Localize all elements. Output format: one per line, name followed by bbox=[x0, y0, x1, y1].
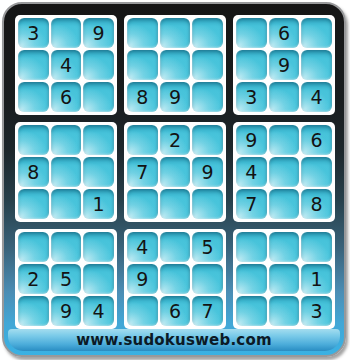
cell-r7c5[interactable] bbox=[160, 232, 191, 262]
cell-r2c1[interactable] bbox=[18, 50, 49, 80]
cell-r4c3[interactable] bbox=[83, 125, 114, 155]
cell-r3c3[interactable] bbox=[83, 82, 114, 112]
cell-r1c1[interactable]: 3 bbox=[18, 18, 49, 48]
cell-r9c5[interactable]: 6 bbox=[160, 296, 191, 326]
cell-r1c3[interactable]: 9 bbox=[83, 18, 114, 48]
cell-r1c7[interactable] bbox=[236, 18, 267, 48]
cell-r4c6[interactable] bbox=[192, 125, 223, 155]
cell-r3c6[interactable] bbox=[192, 82, 223, 112]
cell-r6c4[interactable] bbox=[127, 189, 158, 219]
cell-r6c1[interactable] bbox=[18, 189, 49, 219]
sudoku-board-frame: 3946896934812799647825944596713 www.sudo… bbox=[2, 2, 346, 357]
cell-r7c6[interactable]: 5 bbox=[192, 232, 223, 262]
cell-r1c8[interactable]: 6 bbox=[269, 18, 300, 48]
cell-r5c5[interactable] bbox=[160, 157, 191, 187]
box-2-2: 279 bbox=[124, 122, 226, 222]
cell-r2c9[interactable] bbox=[301, 50, 332, 80]
sudoku-grid: 3946896934812799647825944596713 bbox=[15, 15, 335, 329]
cell-r8c5[interactable] bbox=[160, 264, 191, 294]
cell-r5c2[interactable] bbox=[51, 157, 82, 187]
site-url: www.sudokusweb.com bbox=[76, 331, 271, 349]
cell-r5c7[interactable]: 4 bbox=[236, 157, 267, 187]
cell-r1c4[interactable] bbox=[127, 18, 158, 48]
cell-r3c2[interactable]: 6 bbox=[51, 82, 82, 112]
cell-r8c8[interactable] bbox=[269, 264, 300, 294]
box-1-3: 6934 bbox=[233, 15, 335, 115]
box-3-1: 2594 bbox=[15, 229, 117, 329]
cell-r5c9[interactable] bbox=[301, 157, 332, 187]
cell-r4c9[interactable]: 6 bbox=[301, 125, 332, 155]
cell-r9c7[interactable] bbox=[236, 296, 267, 326]
cell-r9c9[interactable]: 3 bbox=[301, 296, 332, 326]
cell-r2c4[interactable] bbox=[127, 50, 158, 80]
cell-r8c4[interactable]: 9 bbox=[127, 264, 158, 294]
cell-r7c7[interactable] bbox=[236, 232, 267, 262]
cell-r5c6[interactable]: 9 bbox=[192, 157, 223, 187]
cell-r3c8[interactable] bbox=[269, 82, 300, 112]
cell-r5c1[interactable]: 8 bbox=[18, 157, 49, 187]
box-3-2: 45967 bbox=[124, 229, 226, 329]
cell-r2c7[interactable] bbox=[236, 50, 267, 80]
cell-r1c9[interactable] bbox=[301, 18, 332, 48]
box-1-2: 89 bbox=[124, 15, 226, 115]
cell-r3c1[interactable] bbox=[18, 82, 49, 112]
cell-r8c7[interactable] bbox=[236, 264, 267, 294]
cell-r3c9[interactable]: 4 bbox=[301, 82, 332, 112]
cell-r9c8[interactable] bbox=[269, 296, 300, 326]
cell-r3c4[interactable]: 8 bbox=[127, 82, 158, 112]
cell-r7c3[interactable] bbox=[83, 232, 114, 262]
cell-r6c2[interactable] bbox=[51, 189, 82, 219]
cell-r6c5[interactable] bbox=[160, 189, 191, 219]
cell-r2c3[interactable] bbox=[83, 50, 114, 80]
cell-r2c5[interactable] bbox=[160, 50, 191, 80]
cell-r2c8[interactable]: 9 bbox=[269, 50, 300, 80]
cell-r4c4[interactable] bbox=[127, 125, 158, 155]
cell-r2c2[interactable]: 4 bbox=[51, 50, 82, 80]
cell-r8c6[interactable] bbox=[192, 264, 223, 294]
box-2-1: 81 bbox=[15, 122, 117, 222]
cell-r6c3[interactable]: 1 bbox=[83, 189, 114, 219]
cell-r9c4[interactable] bbox=[127, 296, 158, 326]
cell-r3c7[interactable]: 3 bbox=[236, 82, 267, 112]
cell-r4c2[interactable] bbox=[51, 125, 82, 155]
cell-r5c3[interactable] bbox=[83, 157, 114, 187]
cell-r9c1[interactable] bbox=[18, 296, 49, 326]
cell-r6c7[interactable]: 7 bbox=[236, 189, 267, 219]
cell-r7c4[interactable]: 4 bbox=[127, 232, 158, 262]
cell-r1c5[interactable] bbox=[160, 18, 191, 48]
cell-r1c2[interactable] bbox=[51, 18, 82, 48]
cell-r7c1[interactable] bbox=[18, 232, 49, 262]
cell-r9c3[interactable]: 4 bbox=[83, 296, 114, 326]
cell-r4c5[interactable]: 2 bbox=[160, 125, 191, 155]
cell-r6c8[interactable] bbox=[269, 189, 300, 219]
box-1-1: 3946 bbox=[15, 15, 117, 115]
cell-r6c9[interactable]: 8 bbox=[301, 189, 332, 219]
cell-r8c9[interactable]: 1 bbox=[301, 264, 332, 294]
cell-r4c1[interactable] bbox=[18, 125, 49, 155]
cell-r4c7[interactable]: 9 bbox=[236, 125, 267, 155]
box-3-3: 13 bbox=[233, 229, 335, 329]
cell-r6c6[interactable] bbox=[192, 189, 223, 219]
cell-r7c8[interactable] bbox=[269, 232, 300, 262]
cell-r5c4[interactable]: 7 bbox=[127, 157, 158, 187]
cell-r4c8[interactable] bbox=[269, 125, 300, 155]
cell-r5c8[interactable] bbox=[269, 157, 300, 187]
cell-r3c5[interactable]: 9 bbox=[160, 82, 191, 112]
cell-r8c1[interactable]: 2 bbox=[18, 264, 49, 294]
cell-r7c9[interactable] bbox=[301, 232, 332, 262]
cell-r8c2[interactable]: 5 bbox=[51, 264, 82, 294]
cell-r9c6[interactable]: 7 bbox=[192, 296, 223, 326]
cell-r8c3[interactable] bbox=[83, 264, 114, 294]
cell-r7c2[interactable] bbox=[51, 232, 82, 262]
cell-r9c2[interactable]: 9 bbox=[51, 296, 82, 326]
cell-r1c6[interactable] bbox=[192, 18, 223, 48]
cell-r2c6[interactable] bbox=[192, 50, 223, 80]
box-2-3: 96478 bbox=[233, 122, 335, 222]
footer-band: www.sudokusweb.com bbox=[8, 329, 340, 351]
